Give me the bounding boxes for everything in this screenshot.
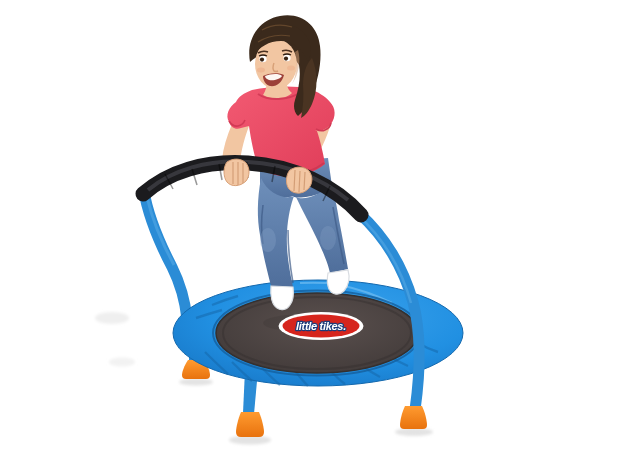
trampoline-scene: little tikes. little tikes. xyxy=(0,0,624,460)
eye-left-iris xyxy=(284,57,288,61)
jeans-knee-highlight-right xyxy=(260,228,276,252)
shadow-left-far xyxy=(95,312,129,324)
hand-right xyxy=(224,159,249,186)
shadow-left-near xyxy=(109,358,135,367)
brand-logo: little tikes. little tikes. xyxy=(279,312,364,340)
eye-right-iris xyxy=(260,58,264,62)
logo-text: little tikes. xyxy=(296,320,346,332)
shadow-left-foot xyxy=(179,379,213,386)
cheek-right xyxy=(257,68,265,73)
foot-right xyxy=(400,406,427,429)
cheek-left xyxy=(287,66,295,71)
shadow-right-foot xyxy=(395,428,433,436)
foot-middle xyxy=(236,412,264,437)
product-photo: little tikes. little tikes. xyxy=(0,0,624,460)
jeans-knee-highlight-left xyxy=(320,226,336,250)
